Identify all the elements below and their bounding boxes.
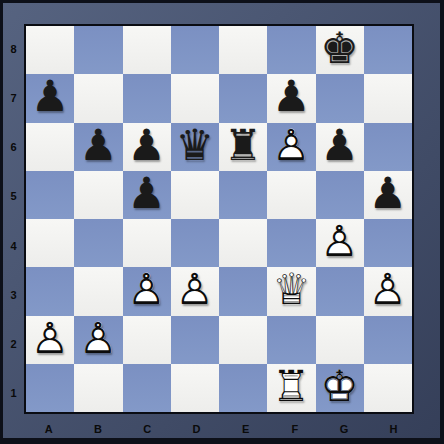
- square-c4[interactable]: [123, 219, 171, 267]
- square-c5[interactable]: ♟: [123, 171, 171, 219]
- black-rook-glyph: ♜: [219, 123, 267, 171]
- square-d2[interactable]: [171, 316, 219, 364]
- black-pawn-glyph: ♟: [364, 171, 412, 219]
- square-f8[interactable]: [267, 26, 315, 74]
- square-e4[interactable]: [219, 219, 267, 267]
- rank-label-4: 4: [3, 221, 24, 270]
- black-pawn-glyph: ♟: [26, 74, 74, 122]
- rank-label-5: 5: [3, 172, 24, 221]
- square-e8[interactable]: [219, 26, 267, 74]
- white-pawn-outline: ♙: [171, 267, 219, 315]
- file-label-f: F: [270, 419, 319, 438]
- square-a5[interactable]: [26, 171, 74, 219]
- square-d3[interactable]: ♟♙: [171, 267, 219, 315]
- piece-white-king: ♚♔: [316, 364, 364, 412]
- square-d7[interactable]: [171, 74, 219, 122]
- square-a4[interactable]: [26, 219, 74, 267]
- square-h7[interactable]: [364, 74, 412, 122]
- square-f1[interactable]: ♜♖: [267, 364, 315, 412]
- square-a6[interactable]: [26, 123, 74, 171]
- piece-white-pawn: ♟♙: [26, 316, 74, 364]
- file-label-h: H: [369, 419, 418, 438]
- rank-label-6: 6: [3, 123, 24, 172]
- piece-black-pawn: ♟: [74, 123, 122, 171]
- white-pawn-outline: ♙: [74, 316, 122, 364]
- square-f3[interactable]: ♛♕: [267, 267, 315, 315]
- square-g1[interactable]: ♚♔: [316, 364, 364, 412]
- file-label-e: E: [221, 419, 270, 438]
- rank-label-7: 7: [3, 73, 24, 122]
- square-d5[interactable]: [171, 171, 219, 219]
- white-queen-outline: ♕: [267, 267, 315, 315]
- square-f2[interactable]: [267, 316, 315, 364]
- square-a7[interactable]: ♟: [26, 74, 74, 122]
- square-g8[interactable]: ♚: [316, 26, 364, 74]
- white-pawn-outline: ♙: [267, 123, 315, 171]
- file-label-c: C: [123, 419, 172, 438]
- white-pawn-outline: ♙: [316, 219, 364, 267]
- square-e6[interactable]: ♜: [219, 123, 267, 171]
- square-g7[interactable]: [316, 74, 364, 122]
- rank-label-1: 1: [3, 369, 24, 418]
- piece-white-rook: ♜♖: [267, 364, 315, 412]
- square-e7[interactable]: [219, 74, 267, 122]
- square-b7[interactable]: [74, 74, 122, 122]
- square-d8[interactable]: [171, 26, 219, 74]
- square-a2[interactable]: ♟♙: [26, 316, 74, 364]
- file-label-g: G: [320, 419, 369, 438]
- square-f4[interactable]: [267, 219, 315, 267]
- piece-white-pawn: ♟♙: [267, 123, 315, 171]
- rank-labels: 87654321: [3, 24, 24, 418]
- file-label-b: B: [73, 419, 122, 438]
- chess-board: ♚♟♟♟♟♛♜♟♙♟♟♟♟♙♟♙♟♙♛♕♟♙♟♙♟♙♜♖♚♔: [24, 24, 414, 414]
- piece-black-rook: ♜: [219, 123, 267, 171]
- black-king-glyph: ♚: [316, 26, 364, 74]
- square-h4[interactable]: [364, 219, 412, 267]
- piece-black-king: ♚: [316, 26, 364, 74]
- piece-white-queen: ♛♕: [267, 267, 315, 315]
- square-c1[interactable]: [123, 364, 171, 412]
- square-g6[interactable]: ♟: [316, 123, 364, 171]
- piece-black-pawn: ♟: [123, 123, 171, 171]
- square-g5[interactable]: [316, 171, 364, 219]
- piece-black-pawn: ♟: [364, 171, 412, 219]
- board-frame: 87654321 ♚♟♟♟♟♛♜♟♙♟♟♟♟♙♟♙♟♙♛♕♟♙♟♙♟♙♜♖♚♔ …: [3, 3, 440, 438]
- black-pawn-glyph: ♟: [123, 171, 171, 219]
- piece-white-pawn: ♟♙: [364, 267, 412, 315]
- square-a3[interactable]: [26, 267, 74, 315]
- white-pawn-outline: ♙: [364, 267, 412, 315]
- square-a8[interactable]: [26, 26, 74, 74]
- square-h3[interactable]: ♟♙: [364, 267, 412, 315]
- white-pawn-outline: ♙: [26, 316, 74, 364]
- square-b8[interactable]: [74, 26, 122, 74]
- piece-black-queen: ♛: [171, 123, 219, 171]
- square-b2[interactable]: ♟♙: [74, 316, 122, 364]
- square-f7[interactable]: ♟: [267, 74, 315, 122]
- square-c3[interactable]: ♟♙: [123, 267, 171, 315]
- square-c7[interactable]: [123, 74, 171, 122]
- square-e2[interactable]: [219, 316, 267, 364]
- square-f5[interactable]: [267, 171, 315, 219]
- piece-white-pawn: ♟♙: [74, 316, 122, 364]
- black-pawn-glyph: ♟: [316, 123, 364, 171]
- black-pawn-glyph: ♟: [267, 74, 315, 122]
- piece-white-pawn: ♟♙: [316, 219, 364, 267]
- square-d1[interactable]: [171, 364, 219, 412]
- square-b6[interactable]: ♟: [74, 123, 122, 171]
- white-king-outline: ♔: [316, 364, 364, 412]
- piece-black-pawn: ♟: [26, 74, 74, 122]
- square-h8[interactable]: [364, 26, 412, 74]
- square-h2[interactable]: [364, 316, 412, 364]
- white-rook-outline: ♖: [267, 364, 315, 412]
- square-f6[interactable]: ♟♙: [267, 123, 315, 171]
- black-pawn-glyph: ♟: [123, 123, 171, 171]
- rank-label-8: 8: [3, 24, 24, 73]
- piece-white-pawn: ♟♙: [123, 267, 171, 315]
- square-a1[interactable]: [26, 364, 74, 412]
- square-h1[interactable]: [364, 364, 412, 412]
- square-g2[interactable]: [316, 316, 364, 364]
- white-pawn-outline: ♙: [123, 267, 171, 315]
- piece-black-pawn: ♟: [267, 74, 315, 122]
- chess-diagram: 87654321 ♚♟♟♟♟♛♜♟♙♟♟♟♟♙♟♙♟♙♛♕♟♙♟♙♟♙♜♖♚♔ …: [0, 0, 444, 444]
- rank-label-3: 3: [3, 270, 24, 319]
- square-e3[interactable]: [219, 267, 267, 315]
- square-b3[interactable]: [74, 267, 122, 315]
- square-g3[interactable]: [316, 267, 364, 315]
- rank-label-2: 2: [3, 320, 24, 369]
- piece-white-pawn: ♟♙: [171, 267, 219, 315]
- file-labels: ABCDEFGH: [24, 419, 418, 438]
- square-g4[interactable]: ♟♙: [316, 219, 364, 267]
- square-d6[interactable]: ♛: [171, 123, 219, 171]
- square-h5[interactable]: ♟: [364, 171, 412, 219]
- square-e5[interactable]: [219, 171, 267, 219]
- square-c2[interactable]: [123, 316, 171, 364]
- file-label-a: A: [24, 419, 73, 438]
- square-h6[interactable]: [364, 123, 412, 171]
- file-label-d: D: [172, 419, 221, 438]
- square-d4[interactable]: [171, 219, 219, 267]
- piece-black-pawn: ♟: [316, 123, 364, 171]
- black-pawn-glyph: ♟: [74, 123, 122, 171]
- black-queen-glyph: ♛: [171, 123, 219, 171]
- square-e1[interactable]: [219, 364, 267, 412]
- square-c8[interactable]: [123, 26, 171, 74]
- square-c6[interactable]: ♟: [123, 123, 171, 171]
- piece-black-pawn: ♟: [123, 171, 171, 219]
- square-b4[interactable]: [74, 219, 122, 267]
- square-b5[interactable]: [74, 171, 122, 219]
- square-b1[interactable]: [74, 364, 122, 412]
